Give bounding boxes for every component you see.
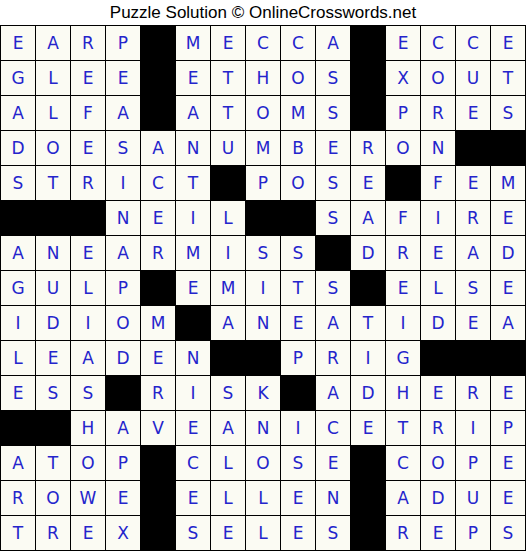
block-cell-r6c8: [246, 201, 281, 236]
block-cell-r1c5: [141, 26, 176, 61]
letter-cell-r11c14: R: [456, 376, 491, 411]
letter-cell-r9c15: A: [491, 306, 526, 341]
letter-cell-r3c13: R: [421, 96, 456, 131]
page: Puzzle Solution © OnlineCrosswords.net E…: [0, 0, 526, 551]
letter-cell-r10c2: E: [36, 341, 71, 376]
letter-cell-r5c6: T: [176, 166, 211, 201]
block-cell-r15c11: [351, 516, 386, 551]
letter-cell-r8c15: E: [491, 271, 526, 306]
block-cell-r10c7: [211, 341, 246, 376]
block-cell-r10c8: [246, 341, 281, 376]
letter-cell-r3c7: T: [211, 96, 246, 131]
letter-cell-r9c12: I: [386, 306, 421, 341]
letter-cell-r11c1: E: [1, 376, 36, 411]
letter-cell-r1c3: R: [71, 26, 106, 61]
letter-cell-r14c6: E: [176, 481, 211, 516]
block-cell-r6c1: [1, 201, 36, 236]
letter-cell-r13c6: C: [176, 446, 211, 481]
letter-cell-r14c8: L: [246, 481, 281, 516]
letter-cell-r5c10: S: [316, 166, 351, 201]
block-cell-r14c5: [141, 481, 176, 516]
letter-cell-r9c10: A: [316, 306, 351, 341]
letter-cell-r14c7: L: [211, 481, 246, 516]
letter-cell-r5c2: T: [36, 166, 71, 201]
letter-cell-r14c1: R: [1, 481, 36, 516]
letter-cell-r6c7: L: [211, 201, 246, 236]
block-cell-r7c10: [316, 236, 351, 271]
letter-cell-r6c11: A: [351, 201, 386, 236]
letter-cell-r4c11: R: [351, 131, 386, 166]
letter-cell-r4c5: A: [141, 131, 176, 166]
letter-cell-r5c1: S: [1, 166, 36, 201]
letter-cell-r14c13: D: [421, 481, 456, 516]
block-cell-r4c14: [456, 131, 491, 166]
letter-cell-r8c4: P: [106, 271, 141, 306]
letter-cell-r11c6: I: [176, 376, 211, 411]
letter-cell-r13c3: O: [71, 446, 106, 481]
letter-cell-r12c15: P: [491, 411, 526, 446]
letter-cell-r10c6: N: [176, 341, 211, 376]
letter-cell-r7c3: E: [71, 236, 106, 271]
letter-cell-r5c8: P: [246, 166, 281, 201]
letter-cell-r1c2: A: [36, 26, 71, 61]
letter-cell-r12c7: A: [211, 411, 246, 446]
letter-cell-r4c10: E: [316, 131, 351, 166]
letter-cell-r6c10: S: [316, 201, 351, 236]
block-cell-r1c11: [351, 26, 386, 61]
letter-cell-r9c3: I: [71, 306, 106, 341]
block-cell-r8c5: [141, 271, 176, 306]
letter-cell-r4c1: D: [1, 131, 36, 166]
letter-cell-r4c13: N: [421, 131, 456, 166]
letter-cell-r10c3: A: [71, 341, 106, 376]
letter-cell-r12c4: A: [106, 411, 141, 446]
letter-cell-r9c7: A: [211, 306, 246, 341]
letter-cell-r5c5: C: [141, 166, 176, 201]
letter-cell-r6c13: I: [421, 201, 456, 236]
letter-cell-r10c12: G: [386, 341, 421, 376]
letter-cell-r1c15: E: [491, 26, 526, 61]
letter-cell-r3c4: A: [106, 96, 141, 131]
letter-cell-r6c6: I: [176, 201, 211, 236]
letter-cell-r3c9: M: [281, 96, 316, 131]
letter-cell-r7c12: R: [386, 236, 421, 271]
letter-cell-r1c4: P: [106, 26, 141, 61]
letter-cell-r7c11: D: [351, 236, 386, 271]
letter-cell-r10c10: R: [316, 341, 351, 376]
letter-cell-r7c7: I: [211, 236, 246, 271]
letter-cell-r1c9: C: [281, 26, 316, 61]
letter-cell-r1c8: C: [246, 26, 281, 61]
letter-cell-r4c12: O: [386, 131, 421, 166]
block-cell-r14c11: [351, 481, 386, 516]
letter-cell-r4c3: E: [71, 131, 106, 166]
letter-cell-r13c12: C: [386, 446, 421, 481]
letter-cell-r4c8: M: [246, 131, 281, 166]
letter-cell-r6c4: N: [106, 201, 141, 236]
letter-cell-r3c8: O: [246, 96, 281, 131]
letter-cell-r4c9: B: [281, 131, 316, 166]
block-cell-r11c4: [106, 376, 141, 411]
letter-cell-r12c8: N: [246, 411, 281, 446]
letter-cell-r6c12: F: [386, 201, 421, 236]
letter-cell-r14c4: E: [106, 481, 141, 516]
letter-cell-r4c6: N: [176, 131, 211, 166]
letter-cell-r11c2: S: [36, 376, 71, 411]
letter-cell-r13c9: S: [281, 446, 316, 481]
block-cell-r12c2: [36, 411, 71, 446]
letter-cell-r12c10: C: [316, 411, 351, 446]
letter-cell-r8c3: L: [71, 271, 106, 306]
letter-cell-r15c10: S: [316, 516, 351, 551]
block-cell-r10c14: [456, 341, 491, 376]
letter-cell-r4c7: U: [211, 131, 246, 166]
letter-cell-r13c13: O: [421, 446, 456, 481]
letter-cell-r6c5: E: [141, 201, 176, 236]
letter-cell-r11c15: E: [491, 376, 526, 411]
letter-cell-r15c2: R: [36, 516, 71, 551]
crossword-grid: EARPMECCAECCEGLEEETHOSXOUTALFAATOMSPRESD…: [0, 25, 526, 551]
letter-cell-r4c4: S: [106, 131, 141, 166]
letter-cell-r11c10: A: [316, 376, 351, 411]
letter-cell-r14c12: A: [386, 481, 421, 516]
block-cell-r5c7: [211, 166, 246, 201]
letter-cell-r9c9: E: [281, 306, 316, 341]
letter-cell-r15c3: E: [71, 516, 106, 551]
letter-cell-r15c6: S: [176, 516, 211, 551]
letter-cell-r5c9: O: [281, 166, 316, 201]
letter-cell-r1c6: M: [176, 26, 211, 61]
letter-cell-r6c15: E: [491, 201, 526, 236]
block-cell-r6c3: [71, 201, 106, 236]
letter-cell-r15c13: E: [421, 516, 456, 551]
letter-cell-r12c14: I: [456, 411, 491, 446]
block-cell-r10c13: [421, 341, 456, 376]
letter-cell-r11c8: K: [246, 376, 281, 411]
letter-cell-r2c12: X: [386, 61, 421, 96]
letter-cell-r8c12: E: [386, 271, 421, 306]
letter-cell-r11c5: R: [141, 376, 176, 411]
letter-cell-r6c14: R: [456, 201, 491, 236]
letter-cell-r13c1: A: [1, 446, 36, 481]
letter-cell-r3c15: S: [491, 96, 526, 131]
letter-cell-r1c13: C: [421, 26, 456, 61]
letter-cell-r3c6: A: [176, 96, 211, 131]
letter-cell-r9c2: D: [36, 306, 71, 341]
letter-cell-r13c7: L: [211, 446, 246, 481]
letter-cell-r11c11: D: [351, 376, 386, 411]
letter-cell-r15c14: P: [456, 516, 491, 551]
letter-cell-r9c14: E: [456, 306, 491, 341]
letter-cell-r8c10: S: [316, 271, 351, 306]
letter-cell-r9c5: M: [141, 306, 176, 341]
letter-cell-r8c7: M: [211, 271, 246, 306]
letter-cell-r7c14: A: [456, 236, 491, 271]
letter-cell-r2c13: O: [421, 61, 456, 96]
letter-cell-r5c15: M: [491, 166, 526, 201]
letter-cell-r12c13: R: [421, 411, 456, 446]
letter-cell-r15c9: E: [281, 516, 316, 551]
letter-cell-r12c3: H: [71, 411, 106, 446]
letter-cell-r8c6: E: [176, 271, 211, 306]
letter-cell-r9c11: T: [351, 306, 386, 341]
letter-cell-r2c10: S: [316, 61, 351, 96]
letter-cell-r7c8: S: [246, 236, 281, 271]
letter-cell-r14c3: W: [71, 481, 106, 516]
block-cell-r10c15: [491, 341, 526, 376]
letter-cell-r13c2: T: [36, 446, 71, 481]
letter-cell-r5c14: E: [456, 166, 491, 201]
letter-cell-r15c8: L: [246, 516, 281, 551]
letter-cell-r2c14: U: [456, 61, 491, 96]
letter-cell-r3c3: F: [71, 96, 106, 131]
letter-cell-r5c4: I: [106, 166, 141, 201]
letter-cell-r2c15: T: [491, 61, 526, 96]
letter-cell-r9c13: D: [421, 306, 456, 341]
letter-cell-r1c7: E: [211, 26, 246, 61]
letter-cell-r10c4: D: [106, 341, 141, 376]
letter-cell-r8c2: U: [36, 271, 71, 306]
block-cell-r5c12: [386, 166, 421, 201]
block-cell-r12c1: [1, 411, 36, 446]
letter-cell-r2c2: L: [36, 61, 71, 96]
block-cell-r13c11: [351, 446, 386, 481]
letter-cell-r7c2: N: [36, 236, 71, 271]
letter-cell-r8c13: L: [421, 271, 456, 306]
letter-cell-r9c8: N: [246, 306, 281, 341]
letter-cell-r13c4: P: [106, 446, 141, 481]
letter-cell-r7c9: S: [281, 236, 316, 271]
letter-cell-r2c6: E: [176, 61, 211, 96]
letter-cell-r15c1: T: [1, 516, 36, 551]
block-cell-r4c15: [491, 131, 526, 166]
letter-cell-r7c6: M: [176, 236, 211, 271]
letter-cell-r12c12: T: [386, 411, 421, 446]
block-cell-r15c5: [141, 516, 176, 551]
letter-cell-r12c6: E: [176, 411, 211, 446]
letter-cell-r1c1: E: [1, 26, 36, 61]
letter-cell-r3c1: A: [1, 96, 36, 131]
letter-cell-r14c2: O: [36, 481, 71, 516]
letter-cell-r12c5: V: [141, 411, 176, 446]
letter-cell-r12c9: I: [281, 411, 316, 446]
block-cell-r2c11: [351, 61, 386, 96]
block-cell-r8c11: [351, 271, 386, 306]
letter-cell-r2c1: G: [1, 61, 36, 96]
letter-cell-r15c15: S: [491, 516, 526, 551]
letter-cell-r11c13: E: [421, 376, 456, 411]
letter-cell-r14c10: N: [316, 481, 351, 516]
letter-cell-r7c1: A: [1, 236, 36, 271]
letter-cell-r11c12: H: [386, 376, 421, 411]
letter-cell-r14c15: E: [491, 481, 526, 516]
letter-cell-r5c3: R: [71, 166, 106, 201]
letter-cell-r3c12: P: [386, 96, 421, 131]
letter-cell-r7c15: D: [491, 236, 526, 271]
letter-cell-r13c8: O: [246, 446, 281, 481]
letter-cell-r10c5: E: [141, 341, 176, 376]
block-cell-r6c9: [281, 201, 316, 236]
letter-cell-r7c5: R: [141, 236, 176, 271]
page-title: Puzzle Solution © OnlineCrosswords.net: [0, 0, 526, 25]
letter-cell-r7c13: E: [421, 236, 456, 271]
letter-cell-r7c4: A: [106, 236, 141, 271]
letter-cell-r15c7: E: [211, 516, 246, 551]
letter-cell-r10c9: P: [281, 341, 316, 376]
letter-cell-r8c9: T: [281, 271, 316, 306]
letter-cell-r10c1: L: [1, 341, 36, 376]
block-cell-r3c11: [351, 96, 386, 131]
letter-cell-r8c1: G: [1, 271, 36, 306]
letter-cell-r1c12: E: [386, 26, 421, 61]
letter-cell-r12c11: E: [351, 411, 386, 446]
letter-cell-r9c4: O: [106, 306, 141, 341]
block-cell-r3c5: [141, 96, 176, 131]
block-cell-r11c9: [281, 376, 316, 411]
letter-cell-r2c3: E: [71, 61, 106, 96]
block-cell-r6c2: [36, 201, 71, 236]
letter-cell-r15c12: R: [386, 516, 421, 551]
letter-cell-r13c10: E: [316, 446, 351, 481]
letter-cell-r3c14: E: [456, 96, 491, 131]
letter-cell-r3c2: L: [36, 96, 71, 131]
letter-cell-r14c14: U: [456, 481, 491, 516]
letter-cell-r2c8: H: [246, 61, 281, 96]
letter-cell-r3c10: S: [316, 96, 351, 131]
letter-cell-r2c9: O: [281, 61, 316, 96]
letter-cell-r2c7: T: [211, 61, 246, 96]
block-cell-r2c5: [141, 61, 176, 96]
letter-cell-r8c14: S: [456, 271, 491, 306]
letter-cell-r2c4: E: [106, 61, 141, 96]
letter-cell-r11c7: S: [211, 376, 246, 411]
letter-cell-r10c11: I: [351, 341, 386, 376]
letter-cell-r11c3: S: [71, 376, 106, 411]
letter-cell-r4c2: O: [36, 131, 71, 166]
letter-cell-r13c15: E: [491, 446, 526, 481]
block-cell-r13c5: [141, 446, 176, 481]
letter-cell-r14c9: E: [281, 481, 316, 516]
letter-cell-r5c13: F: [421, 166, 456, 201]
block-cell-r9c6: [176, 306, 211, 341]
letter-cell-r9c1: I: [1, 306, 36, 341]
letter-cell-r1c10: A: [316, 26, 351, 61]
letter-cell-r15c4: X: [106, 516, 141, 551]
letter-cell-r1c14: C: [456, 26, 491, 61]
letter-cell-r13c14: P: [456, 446, 491, 481]
letter-cell-r5c11: E: [351, 166, 386, 201]
letter-cell-r8c8: I: [246, 271, 281, 306]
